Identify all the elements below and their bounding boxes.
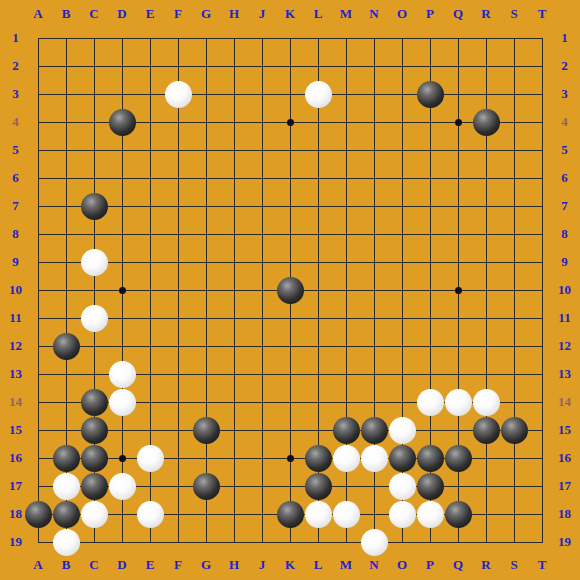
intersection-C16[interactable] (80, 444, 108, 472)
intersection-C4[interactable] (80, 108, 108, 136)
intersection-H5[interactable] (220, 136, 248, 164)
intersection-P3[interactable] (416, 80, 444, 108)
intersection-L17[interactable] (304, 472, 332, 500)
intersection-H11[interactable] (220, 304, 248, 332)
intersection-M3[interactable] (332, 80, 360, 108)
intersection-G4[interactable] (192, 108, 220, 136)
intersection-C6[interactable] (80, 164, 108, 192)
intersection-J6[interactable] (248, 164, 276, 192)
intersection-S4[interactable] (500, 108, 528, 136)
intersection-E9[interactable] (136, 248, 164, 276)
intersection-J14[interactable] (248, 388, 276, 416)
intersection-B17[interactable] (52, 472, 80, 500)
intersection-Q10[interactable] (444, 276, 472, 304)
intersection-D3[interactable] (108, 80, 136, 108)
intersection-G11[interactable] (192, 304, 220, 332)
intersection-H18[interactable] (220, 500, 248, 528)
intersection-O17[interactable] (388, 472, 416, 500)
intersection-B15[interactable] (52, 416, 80, 444)
intersection-N3[interactable] (360, 80, 388, 108)
intersection-S14[interactable] (500, 388, 528, 416)
intersection-D10[interactable] (108, 276, 136, 304)
intersection-C14[interactable] (80, 388, 108, 416)
intersection-O19[interactable] (388, 528, 416, 556)
intersection-P12[interactable] (416, 332, 444, 360)
intersection-H6[interactable] (220, 164, 248, 192)
intersection-K14[interactable] (276, 388, 304, 416)
intersection-C12[interactable] (80, 332, 108, 360)
intersection-R2[interactable] (472, 52, 500, 80)
intersection-N12[interactable] (360, 332, 388, 360)
intersection-F10[interactable] (164, 276, 192, 304)
intersection-R8[interactable] (472, 220, 500, 248)
intersection-L19[interactable] (304, 528, 332, 556)
intersection-B5[interactable] (52, 136, 80, 164)
intersection-F9[interactable] (164, 248, 192, 276)
intersection-N14[interactable] (360, 388, 388, 416)
intersection-E15[interactable] (136, 416, 164, 444)
intersection-P13[interactable] (416, 360, 444, 388)
intersection-P9[interactable] (416, 248, 444, 276)
intersection-J5[interactable] (248, 136, 276, 164)
intersection-J16[interactable] (248, 444, 276, 472)
intersection-G10[interactable] (192, 276, 220, 304)
intersection-H15[interactable] (220, 416, 248, 444)
intersection-R5[interactable] (472, 136, 500, 164)
intersection-D18[interactable] (108, 500, 136, 528)
intersection-G9[interactable] (192, 248, 220, 276)
intersection-S9[interactable] (500, 248, 528, 276)
intersection-G18[interactable] (192, 500, 220, 528)
intersection-E14[interactable] (136, 388, 164, 416)
intersection-C1[interactable] (80, 24, 108, 52)
intersection-S18[interactable] (500, 500, 528, 528)
intersection-Q17[interactable] (444, 472, 472, 500)
intersection-M8[interactable] (332, 220, 360, 248)
intersection-S7[interactable] (500, 192, 528, 220)
intersection-O8[interactable] (388, 220, 416, 248)
intersection-P11[interactable] (416, 304, 444, 332)
intersection-S1[interactable] (500, 24, 528, 52)
intersection-H3[interactable] (220, 80, 248, 108)
intersection-F8[interactable] (164, 220, 192, 248)
intersection-R6[interactable] (472, 164, 500, 192)
intersection-D4[interactable] (108, 108, 136, 136)
intersection-J19[interactable] (248, 528, 276, 556)
intersection-E6[interactable] (136, 164, 164, 192)
intersection-L15[interactable] (304, 416, 332, 444)
intersection-Q2[interactable] (444, 52, 472, 80)
intersection-G16[interactable] (192, 444, 220, 472)
intersection-E3[interactable] (136, 80, 164, 108)
intersection-Q9[interactable] (444, 248, 472, 276)
intersection-O14[interactable] (388, 388, 416, 416)
intersection-D16[interactable] (108, 444, 136, 472)
intersection-Q5[interactable] (444, 136, 472, 164)
intersection-K5[interactable] (276, 136, 304, 164)
intersection-N7[interactable] (360, 192, 388, 220)
intersection-E12[interactable] (136, 332, 164, 360)
intersection-F6[interactable] (164, 164, 192, 192)
intersection-N5[interactable] (360, 136, 388, 164)
intersection-L14[interactable] (304, 388, 332, 416)
intersection-P18[interactable] (416, 500, 444, 528)
intersection-M19[interactable] (332, 528, 360, 556)
intersection-N1[interactable] (360, 24, 388, 52)
intersection-M1[interactable] (332, 24, 360, 52)
intersection-N6[interactable] (360, 164, 388, 192)
intersection-C11[interactable] (80, 304, 108, 332)
intersection-Q16[interactable] (444, 444, 472, 472)
intersection-M6[interactable] (332, 164, 360, 192)
intersection-S17[interactable] (500, 472, 528, 500)
intersection-H9[interactable] (220, 248, 248, 276)
intersection-O6[interactable] (388, 164, 416, 192)
intersection-E10[interactable] (136, 276, 164, 304)
intersection-R7[interactable] (472, 192, 500, 220)
intersection-O12[interactable] (388, 332, 416, 360)
intersection-L11[interactable] (304, 304, 332, 332)
intersection-L2[interactable] (304, 52, 332, 80)
intersection-G19[interactable] (192, 528, 220, 556)
intersection-B1[interactable] (52, 24, 80, 52)
intersection-E11[interactable] (136, 304, 164, 332)
intersection-R10[interactable] (472, 276, 500, 304)
intersection-F15[interactable] (164, 416, 192, 444)
intersection-M13[interactable] (332, 360, 360, 388)
intersection-R1[interactable] (472, 24, 500, 52)
intersection-B4[interactable] (52, 108, 80, 136)
intersection-S13[interactable] (500, 360, 528, 388)
intersection-P14[interactable] (416, 388, 444, 416)
intersection-O7[interactable] (388, 192, 416, 220)
intersection-N10[interactable] (360, 276, 388, 304)
intersection-O18[interactable] (388, 500, 416, 528)
intersection-J18[interactable] (248, 500, 276, 528)
intersection-N19[interactable] (360, 528, 388, 556)
intersection-C3[interactable] (80, 80, 108, 108)
intersection-M10[interactable] (332, 276, 360, 304)
intersection-F11[interactable] (164, 304, 192, 332)
intersection-F18[interactable] (164, 500, 192, 528)
intersection-Q4[interactable] (444, 108, 472, 136)
intersection-B16[interactable] (52, 444, 80, 472)
intersection-D6[interactable] (108, 164, 136, 192)
intersection-H10[interactable] (220, 276, 248, 304)
intersection-O15[interactable] (388, 416, 416, 444)
intersection-D8[interactable] (108, 220, 136, 248)
intersection-J2[interactable] (248, 52, 276, 80)
intersection-D7[interactable] (108, 192, 136, 220)
intersection-H19[interactable] (220, 528, 248, 556)
intersection-B2[interactable] (52, 52, 80, 80)
intersection-R4[interactable] (472, 108, 500, 136)
intersection-G12[interactable] (192, 332, 220, 360)
intersection-Q3[interactable] (444, 80, 472, 108)
intersection-H4[interactable] (220, 108, 248, 136)
intersection-N9[interactable] (360, 248, 388, 276)
intersection-F17[interactable] (164, 472, 192, 500)
intersection-N8[interactable] (360, 220, 388, 248)
intersection-D19[interactable] (108, 528, 136, 556)
intersection-H16[interactable] (220, 444, 248, 472)
intersection-P10[interactable] (416, 276, 444, 304)
intersection-F14[interactable] (164, 388, 192, 416)
intersection-G3[interactable] (192, 80, 220, 108)
intersection-B11[interactable] (52, 304, 80, 332)
intersection-S12[interactable] (500, 332, 528, 360)
intersection-P17[interactable] (416, 472, 444, 500)
intersection-P8[interactable] (416, 220, 444, 248)
intersection-E8[interactable] (136, 220, 164, 248)
intersection-N18[interactable] (360, 500, 388, 528)
intersection-M18[interactable] (332, 500, 360, 528)
intersection-M11[interactable] (332, 304, 360, 332)
intersection-F12[interactable] (164, 332, 192, 360)
intersection-M16[interactable] (332, 444, 360, 472)
intersection-J3[interactable] (248, 80, 276, 108)
intersection-B8[interactable] (52, 220, 80, 248)
intersection-O3[interactable] (388, 80, 416, 108)
intersection-L12[interactable] (304, 332, 332, 360)
intersection-D17[interactable] (108, 472, 136, 500)
intersection-E17[interactable] (136, 472, 164, 500)
intersection-L4[interactable] (304, 108, 332, 136)
intersection-R14[interactable] (472, 388, 500, 416)
intersection-M5[interactable] (332, 136, 360, 164)
intersection-L6[interactable] (304, 164, 332, 192)
intersection-J9[interactable] (248, 248, 276, 276)
intersection-Q15[interactable] (444, 416, 472, 444)
intersection-B12[interactable] (52, 332, 80, 360)
intersection-E2[interactable] (136, 52, 164, 80)
intersection-O10[interactable] (388, 276, 416, 304)
intersection-K1[interactable] (276, 24, 304, 52)
intersection-E1[interactable] (136, 24, 164, 52)
intersection-H14[interactable] (220, 388, 248, 416)
intersection-D11[interactable] (108, 304, 136, 332)
intersection-F13[interactable] (164, 360, 192, 388)
intersection-K11[interactable] (276, 304, 304, 332)
intersection-D5[interactable] (108, 136, 136, 164)
intersection-J13[interactable] (248, 360, 276, 388)
intersection-K13[interactable] (276, 360, 304, 388)
intersection-F3[interactable] (164, 80, 192, 108)
intersection-R16[interactable] (472, 444, 500, 472)
intersection-D9[interactable] (108, 248, 136, 276)
intersection-E13[interactable] (136, 360, 164, 388)
intersection-C18[interactable] (80, 500, 108, 528)
intersection-F19[interactable] (164, 528, 192, 556)
intersection-L8[interactable] (304, 220, 332, 248)
intersection-R17[interactable] (472, 472, 500, 500)
intersection-P2[interactable] (416, 52, 444, 80)
intersection-B3[interactable] (52, 80, 80, 108)
intersection-J12[interactable] (248, 332, 276, 360)
intersection-J10[interactable] (248, 276, 276, 304)
intersection-C9[interactable] (80, 248, 108, 276)
intersection-G6[interactable] (192, 164, 220, 192)
intersection-K19[interactable] (276, 528, 304, 556)
intersection-G2[interactable] (192, 52, 220, 80)
intersection-D13[interactable] (108, 360, 136, 388)
intersection-M15[interactable] (332, 416, 360, 444)
intersection-Q13[interactable] (444, 360, 472, 388)
intersection-S2[interactable] (500, 52, 528, 80)
intersection-O5[interactable] (388, 136, 416, 164)
intersection-L1[interactable] (304, 24, 332, 52)
intersection-G15[interactable] (192, 416, 220, 444)
intersection-G13[interactable] (192, 360, 220, 388)
intersection-Q14[interactable] (444, 388, 472, 416)
intersection-O11[interactable] (388, 304, 416, 332)
intersection-K8[interactable] (276, 220, 304, 248)
intersection-D15[interactable] (108, 416, 136, 444)
intersection-S6[interactable] (500, 164, 528, 192)
intersection-K2[interactable] (276, 52, 304, 80)
intersection-E18[interactable] (136, 500, 164, 528)
intersection-S3[interactable] (500, 80, 528, 108)
intersection-M7[interactable] (332, 192, 360, 220)
intersection-K15[interactable] (276, 416, 304, 444)
intersection-R9[interactable] (472, 248, 500, 276)
intersection-C2[interactable] (80, 52, 108, 80)
intersection-P1[interactable] (416, 24, 444, 52)
intersection-C10[interactable] (80, 276, 108, 304)
intersection-C8[interactable] (80, 220, 108, 248)
intersection-K7[interactable] (276, 192, 304, 220)
intersection-R15[interactable] (472, 416, 500, 444)
intersection-L13[interactable] (304, 360, 332, 388)
intersection-O4[interactable] (388, 108, 416, 136)
intersection-Q11[interactable] (444, 304, 472, 332)
intersection-S11[interactable] (500, 304, 528, 332)
intersection-Q1[interactable] (444, 24, 472, 52)
intersection-J8[interactable] (248, 220, 276, 248)
intersection-D14[interactable] (108, 388, 136, 416)
intersection-K4[interactable] (276, 108, 304, 136)
intersection-Q6[interactable] (444, 164, 472, 192)
intersection-M4[interactable] (332, 108, 360, 136)
intersection-P4[interactable] (416, 108, 444, 136)
intersection-Q7[interactable] (444, 192, 472, 220)
intersection-G1[interactable] (192, 24, 220, 52)
intersection-O13[interactable] (388, 360, 416, 388)
intersection-B10[interactable] (52, 276, 80, 304)
intersection-S15[interactable] (500, 416, 528, 444)
intersection-R18[interactable] (472, 500, 500, 528)
intersection-E7[interactable] (136, 192, 164, 220)
intersection-L18[interactable] (304, 500, 332, 528)
intersection-K10[interactable] (276, 276, 304, 304)
intersection-G5[interactable] (192, 136, 220, 164)
intersection-C17[interactable] (80, 472, 108, 500)
intersection-P6[interactable] (416, 164, 444, 192)
intersection-B9[interactable] (52, 248, 80, 276)
intersection-E4[interactable] (136, 108, 164, 136)
intersection-Q12[interactable] (444, 332, 472, 360)
intersection-H8[interactable] (220, 220, 248, 248)
intersection-F7[interactable] (164, 192, 192, 220)
intersection-B13[interactable] (52, 360, 80, 388)
intersection-F1[interactable] (164, 24, 192, 52)
intersection-L3[interactable] (304, 80, 332, 108)
intersection-J4[interactable] (248, 108, 276, 136)
intersection-L10[interactable] (304, 276, 332, 304)
intersection-H13[interactable] (220, 360, 248, 388)
intersection-R19[interactable] (472, 528, 500, 556)
intersection-E19[interactable] (136, 528, 164, 556)
go-board[interactable] (24, 24, 556, 556)
intersection-N13[interactable] (360, 360, 388, 388)
intersection-D12[interactable] (108, 332, 136, 360)
intersection-H1[interactable] (220, 24, 248, 52)
intersection-C19[interactable] (80, 528, 108, 556)
intersection-P5[interactable] (416, 136, 444, 164)
intersection-N11[interactable] (360, 304, 388, 332)
intersection-K12[interactable] (276, 332, 304, 360)
intersection-B14[interactable] (52, 388, 80, 416)
intersection-O16[interactable] (388, 444, 416, 472)
intersection-M12[interactable] (332, 332, 360, 360)
intersection-E5[interactable] (136, 136, 164, 164)
intersection-Q18[interactable] (444, 500, 472, 528)
intersection-J1[interactable] (248, 24, 276, 52)
intersection-C15[interactable] (80, 416, 108, 444)
intersection-M9[interactable] (332, 248, 360, 276)
intersection-C13[interactable] (80, 360, 108, 388)
intersection-K3[interactable] (276, 80, 304, 108)
intersection-D2[interactable] (108, 52, 136, 80)
intersection-P15[interactable] (416, 416, 444, 444)
intersection-S5[interactable] (500, 136, 528, 164)
intersection-N15[interactable] (360, 416, 388, 444)
intersection-E16[interactable] (136, 444, 164, 472)
intersection-G8[interactable] (192, 220, 220, 248)
intersection-N2[interactable] (360, 52, 388, 80)
intersection-B18[interactable] (52, 500, 80, 528)
intersection-Q8[interactable] (444, 220, 472, 248)
intersection-C5[interactable] (80, 136, 108, 164)
intersection-J17[interactable] (248, 472, 276, 500)
intersection-R11[interactable] (472, 304, 500, 332)
intersection-B6[interactable] (52, 164, 80, 192)
intersection-H7[interactable] (220, 192, 248, 220)
intersection-S19[interactable] (500, 528, 528, 556)
intersection-N4[interactable] (360, 108, 388, 136)
intersection-H12[interactable] (220, 332, 248, 360)
intersection-Q19[interactable] (444, 528, 472, 556)
intersection-L7[interactable] (304, 192, 332, 220)
intersection-R12[interactable] (472, 332, 500, 360)
intersection-S8[interactable] (500, 220, 528, 248)
intersection-N16[interactable] (360, 444, 388, 472)
intersection-H17[interactable] (220, 472, 248, 500)
intersection-B19[interactable] (52, 528, 80, 556)
intersection-J11[interactable] (248, 304, 276, 332)
intersection-M14[interactable] (332, 388, 360, 416)
intersection-K17[interactable] (276, 472, 304, 500)
intersection-G17[interactable] (192, 472, 220, 500)
intersection-L5[interactable] (304, 136, 332, 164)
intersection-G14[interactable] (192, 388, 220, 416)
intersection-K18[interactable] (276, 500, 304, 528)
intersection-J15[interactable] (248, 416, 276, 444)
intersection-F5[interactable] (164, 136, 192, 164)
intersection-K6[interactable] (276, 164, 304, 192)
intersection-M2[interactable] (332, 52, 360, 80)
intersection-R13[interactable] (472, 360, 500, 388)
